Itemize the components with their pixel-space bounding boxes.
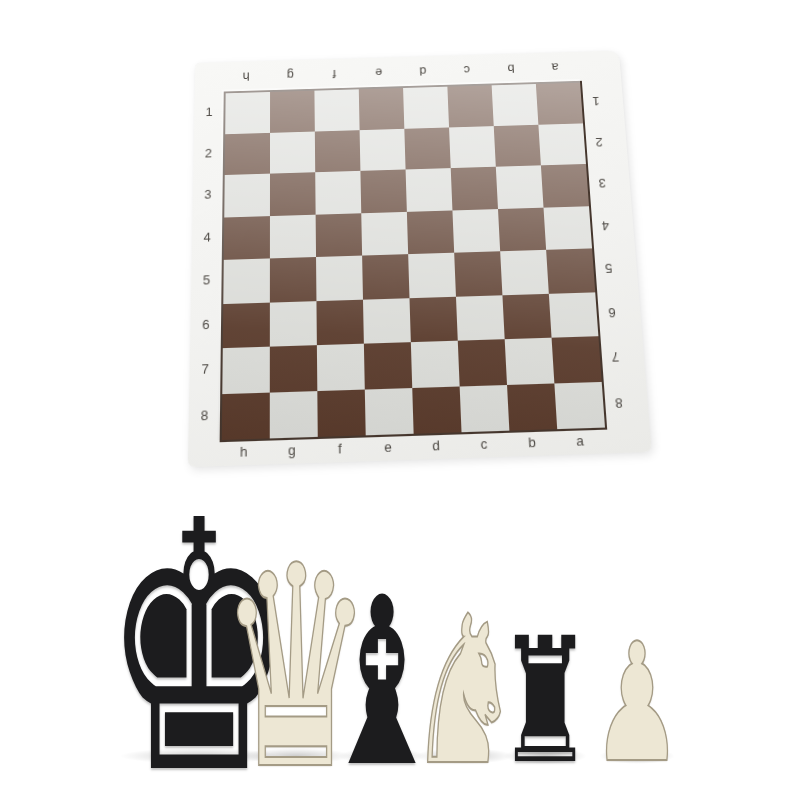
square-g8 (270, 391, 318, 439)
file-label-top-b: b (488, 57, 533, 82)
square-h2 (225, 132, 270, 175)
white-pawn-glyph: ♟ (591, 622, 682, 786)
square-f8 (317, 389, 365, 437)
square-b4 (498, 207, 546, 251)
rank-label-right-2: 2 (585, 120, 613, 162)
rank-label-left-8: 8 (190, 392, 218, 439)
square-g5 (270, 257, 317, 302)
file-label-top-g: g (268, 63, 312, 88)
square-f7 (317, 344, 365, 391)
file-label-bottom-c: c (459, 431, 508, 456)
rank-label-left-6: 6 (192, 302, 219, 347)
chessboard-mat: hgfedcba hgfedcba 12345678 12345678 (188, 51, 652, 468)
square-e8 (365, 388, 414, 436)
rank-label-right-3: 3 (588, 161, 617, 204)
file-label-top-d: d (400, 59, 445, 84)
square-c8 (460, 384, 510, 432)
square-c4 (452, 209, 500, 253)
square-h4 (224, 216, 270, 260)
rank-label-left-4: 4 (194, 215, 221, 259)
square-a1 (536, 83, 583, 125)
square-c5 (454, 251, 502, 296)
rank-label-right-6: 6 (597, 289, 627, 334)
rank-labels-left: 12345678 (190, 92, 221, 439)
square-d2 (404, 127, 450, 169)
square-g4 (270, 214, 316, 258)
square-h5 (223, 258, 270, 303)
square-d6 (409, 296, 457, 342)
square-b8 (507, 383, 557, 431)
file-label-bottom-a: a (555, 428, 604, 453)
square-b1 (492, 84, 539, 126)
square-h8 (222, 392, 270, 440)
square-d7 (411, 341, 460, 388)
file-label-bottom-e: e (364, 434, 413, 459)
file-label-bottom-d: d (412, 432, 461, 457)
square-b6 (502, 293, 551, 339)
square-f6 (316, 299, 363, 345)
rank-label-right-4: 4 (591, 203, 620, 246)
square-c1 (447, 85, 493, 127)
file-label-top-c: c (444, 58, 489, 83)
square-d4 (407, 210, 454, 254)
square-a8 (554, 381, 605, 429)
rank-label-left-3: 3 (194, 173, 220, 216)
square-a7 (552, 336, 602, 383)
square-g6 (270, 301, 317, 347)
rank-label-right-5: 5 (594, 246, 623, 290)
square-c2 (449, 126, 496, 168)
square-e4 (361, 211, 408, 255)
square-d5 (408, 253, 456, 298)
square-d8 (412, 386, 461, 434)
square-e5 (362, 254, 409, 299)
rank-label-left-5: 5 (193, 258, 220, 302)
rank-label-right-1: 1 (582, 80, 610, 121)
file-label-top-a: a (532, 55, 578, 80)
file-label-bottom-f: f (316, 435, 364, 460)
piece-white-pawn: ♟ (637, 622, 784, 786)
square-h3 (224, 174, 270, 217)
square-a4 (543, 206, 592, 250)
square-d3 (406, 168, 453, 211)
square-b2 (494, 124, 541, 166)
square-e2 (360, 128, 406, 171)
square-a2 (538, 123, 586, 165)
square-h6 (223, 302, 270, 348)
square-f3 (315, 171, 361, 214)
square-b5 (500, 250, 549, 295)
square-f4 (316, 213, 362, 257)
chess-board (220, 81, 608, 442)
square-b3 (496, 165, 544, 208)
square-h1 (225, 92, 270, 134)
square-d1 (403, 87, 449, 129)
square-a6 (549, 292, 599, 338)
file-label-top-f: f (312, 62, 357, 87)
rank-label-left-7: 7 (191, 346, 218, 392)
square-g3 (270, 172, 316, 215)
square-h7 (222, 347, 270, 394)
square-c3 (451, 167, 498, 210)
square-f5 (316, 256, 363, 301)
file-label-bottom-b: b (507, 429, 556, 454)
rank-label-right-8: 8 (604, 378, 634, 425)
square-g2 (270, 131, 315, 174)
rank-label-left-1: 1 (196, 92, 222, 133)
square-e6 (363, 298, 411, 344)
square-f2 (315, 130, 361, 173)
square-a5 (546, 248, 595, 293)
square-c7 (458, 339, 507, 386)
square-g1 (270, 91, 315, 133)
file-label-top-h: h (224, 65, 268, 90)
square-c6 (456, 295, 505, 341)
square-a3 (541, 164, 589, 207)
square-e1 (359, 88, 405, 130)
file-label-top-e: e (356, 61, 401, 86)
square-e7 (364, 342, 412, 389)
square-e3 (360, 169, 406, 212)
square-g7 (270, 345, 318, 392)
square-f1 (314, 89, 359, 131)
black-rook-glyph: ♜ (497, 615, 593, 788)
rank-label-left-2: 2 (195, 132, 221, 174)
rank-label-right-7: 7 (600, 333, 630, 379)
square-b7 (505, 338, 555, 385)
